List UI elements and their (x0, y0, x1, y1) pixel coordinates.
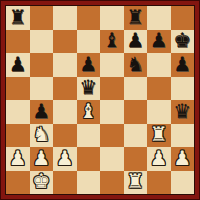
square-d6[interactable]: ♟ (77, 53, 101, 77)
piece-black-queen: ♛ (79, 77, 97, 97)
square-f7[interactable]: ♟ (124, 30, 148, 54)
square-h3[interactable] (171, 124, 195, 148)
piece-white-knight: ♞ (32, 124, 50, 144)
square-a7[interactable] (6, 30, 30, 54)
piece-white-pawn: ♟ (32, 148, 50, 168)
square-g1[interactable] (147, 171, 171, 195)
square-g6[interactable] (147, 53, 171, 77)
piece-white-king: ♚ (32, 171, 50, 191)
piece-black-pawn: ♟ (79, 54, 97, 74)
square-d7[interactable] (77, 30, 101, 54)
square-d1[interactable] (77, 171, 101, 195)
square-e2[interactable] (100, 147, 124, 171)
piece-black-pawn: ♟ (32, 101, 50, 121)
square-c3[interactable] (53, 124, 77, 148)
piece-white-pawn: ♟ (9, 148, 27, 168)
piece-white-rook: ♜ (126, 171, 144, 191)
square-e1[interactable] (100, 171, 124, 195)
piece-white-pawn: ♟ (56, 148, 74, 168)
square-d2[interactable] (77, 147, 101, 171)
square-g5[interactable] (147, 77, 171, 101)
square-b2[interactable]: ♟ (30, 147, 54, 171)
square-a1[interactable] (6, 171, 30, 195)
square-h1[interactable] (171, 171, 195, 195)
square-c2[interactable]: ♟ (53, 147, 77, 171)
square-h6[interactable]: ♟ (171, 53, 195, 77)
piece-black-rook: ♜ (126, 7, 144, 27)
square-h7[interactable]: ♚ (171, 30, 195, 54)
square-h5[interactable] (171, 77, 195, 101)
square-c6[interactable] (53, 53, 77, 77)
piece-black-pawn: ♟ (150, 30, 168, 50)
piece-black-rook: ♜ (9, 7, 27, 27)
square-a6[interactable]: ♟ (6, 53, 30, 77)
piece-black-pawn: ♟ (126, 30, 144, 50)
square-e4[interactable] (100, 100, 124, 124)
square-c1[interactable] (53, 171, 77, 195)
square-a2[interactable]: ♟ (6, 147, 30, 171)
square-f4[interactable] (124, 100, 148, 124)
square-g4[interactable] (147, 100, 171, 124)
square-b6[interactable] (30, 53, 54, 77)
square-e7[interactable]: ♝ (100, 30, 124, 54)
piece-black-pawn: ♟ (9, 54, 27, 74)
square-g3[interactable]: ♜ (147, 124, 171, 148)
square-d5[interactable]: ♛ (77, 77, 101, 101)
square-e5[interactable] (100, 77, 124, 101)
square-h4[interactable]: ♛ (171, 100, 195, 124)
piece-white-rook: ♜ (150, 124, 168, 144)
square-b1[interactable]: ♚ (30, 171, 54, 195)
square-f6[interactable]: ♞ (124, 53, 148, 77)
piece-black-knight: ♞ (126, 54, 144, 74)
square-e3[interactable] (100, 124, 124, 148)
square-e8[interactable] (100, 6, 124, 30)
square-c8[interactable] (53, 6, 77, 30)
piece-white-pawn: ♟ (173, 148, 191, 168)
board-frame: ♜♜♝♟♟♚♟♟♞♟♛♟♝♛♞♜♟♟♟♟♟♚♜ (0, 0, 200, 200)
square-b3[interactable]: ♞ (30, 124, 54, 148)
square-c5[interactable] (53, 77, 77, 101)
square-b7[interactable] (30, 30, 54, 54)
square-g8[interactable] (147, 6, 171, 30)
square-f1[interactable]: ♜ (124, 171, 148, 195)
square-c4[interactable] (53, 100, 77, 124)
square-f8[interactable]: ♜ (124, 6, 148, 30)
square-a3[interactable] (6, 124, 30, 148)
chess-board: ♜♜♝♟♟♚♟♟♞♟♛♟♝♛♞♜♟♟♟♟♟♚♜ (5, 5, 195, 195)
square-g2[interactable]: ♟ (147, 147, 171, 171)
square-a8[interactable]: ♜ (6, 6, 30, 30)
square-b8[interactable] (30, 6, 54, 30)
square-h8[interactable] (171, 6, 195, 30)
piece-black-pawn: ♟ (173, 54, 191, 74)
square-d4[interactable]: ♝ (77, 100, 101, 124)
piece-white-bishop: ♝ (79, 101, 97, 121)
piece-black-bishop: ♝ (103, 30, 121, 50)
square-g7[interactable]: ♟ (147, 30, 171, 54)
square-f3[interactable] (124, 124, 148, 148)
square-d8[interactable] (77, 6, 101, 30)
piece-black-king: ♚ (173, 30, 191, 50)
square-c7[interactable] (53, 30, 77, 54)
piece-white-pawn: ♟ (150, 148, 168, 168)
square-h2[interactable]: ♟ (171, 147, 195, 171)
square-d3[interactable] (77, 124, 101, 148)
square-f2[interactable] (124, 147, 148, 171)
square-e6[interactable] (100, 53, 124, 77)
square-b5[interactable] (30, 77, 54, 101)
square-a5[interactable] (6, 77, 30, 101)
piece-black-queen: ♛ (173, 101, 191, 121)
square-f5[interactable] (124, 77, 148, 101)
square-a4[interactable] (6, 100, 30, 124)
square-b4[interactable]: ♟ (30, 100, 54, 124)
